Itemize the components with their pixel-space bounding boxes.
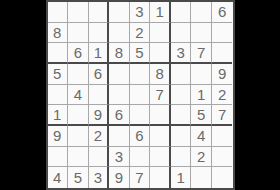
cell-r6c9[interactable]: 7 [212,105,233,126]
cell-r2c8[interactable] [191,23,212,44]
cell-r1c3[interactable] [89,2,110,23]
cell-r3c9[interactable] [212,43,233,64]
cell-r6c8[interactable]: 5 [191,105,212,126]
cell-r9c2[interactable]: 5 [68,167,89,188]
cell-r1c2[interactable] [68,2,89,23]
cell-r4c3[interactable]: 6 [89,64,110,85]
cell-r6c5[interactable] [130,105,151,126]
cell-r1c5[interactable]: 3 [130,2,151,23]
given-digit: 1 [94,45,102,60]
cell-r8c7[interactable] [171,147,192,168]
cell-r5c1[interactable] [48,85,69,106]
cell-r1c6[interactable]: 1 [150,2,171,23]
cell-r8c4[interactable]: 3 [109,147,130,168]
given-digit: 5 [74,170,82,185]
cell-r2c1[interactable]: 8 [48,23,69,44]
cell-r2c7[interactable] [171,23,192,44]
cell-r7c6[interactable] [150,126,171,147]
given-digit: 6 [74,45,82,60]
given-digit: 9 [115,170,123,185]
cell-r8c5[interactable] [130,147,151,168]
given-digit: 8 [115,45,123,60]
cell-r8c2[interactable] [68,147,89,168]
given-digit: 1 [155,4,163,19]
cell-r8c1[interactable] [48,147,69,168]
cell-r7c2[interactable] [68,126,89,147]
cell-r4c7[interactable] [171,64,192,85]
cell-r1c4[interactable] [109,2,130,23]
given-digit: 2 [218,87,226,102]
cell-r3c7[interactable]: 3 [171,43,192,64]
cell-r5c8[interactable]: 1 [191,85,212,106]
cell-r8c6[interactable] [150,147,171,168]
cell-r2c3[interactable] [89,23,110,44]
given-digit: 3 [135,4,143,19]
cell-r5c9[interactable]: 2 [212,85,233,106]
cell-r4c6[interactable]: 8 [150,64,171,85]
given-digit: 8 [53,25,61,40]
cell-r4c2[interactable] [68,64,89,85]
cell-r4c1[interactable]: 5 [48,64,69,85]
cell-r5c2[interactable]: 4 [68,85,89,106]
cell-r5c6[interactable]: 7 [150,85,171,106]
given-digit: 2 [197,149,205,164]
cell-r7c1[interactable]: 9 [48,126,69,147]
cell-r6c6[interactable] [150,105,171,126]
cell-r3c3[interactable]: 1 [89,43,110,64]
cell-r2c4[interactable] [109,23,130,44]
cell-r7c5[interactable]: 6 [130,126,151,147]
given-digit: 7 [155,87,163,102]
given-digit: 3 [94,170,102,185]
cell-r9c7[interactable]: 1 [171,167,192,188]
cell-r4c4[interactable] [109,64,130,85]
given-digit: 9 [53,128,61,143]
cell-r9c1[interactable]: 4 [48,167,69,188]
cell-r1c9[interactable]: 6 [212,2,233,23]
given-digit: 5 [135,45,143,60]
cell-r2c6[interactable] [150,23,171,44]
cell-r8c8[interactable]: 2 [191,147,212,168]
cell-r9c3[interactable]: 3 [89,167,110,188]
cell-r1c8[interactable] [191,2,212,23]
given-digit: 1 [197,87,205,102]
cell-r9c8[interactable] [191,167,212,188]
cell-r5c3[interactable] [89,85,110,106]
given-digit: 7 [197,45,205,60]
cell-r8c3[interactable] [89,147,110,168]
cell-r3c4[interactable]: 8 [109,43,130,64]
given-digit: 4 [197,128,205,143]
cell-r4c9[interactable]: 9 [212,64,233,85]
cell-r3c1[interactable] [48,43,69,64]
sudoku-board: 316826185375689471219657926432453971 [46,0,235,190]
cell-r6c4[interactable]: 6 [109,105,130,126]
cell-r1c1[interactable] [48,2,69,23]
given-digit: 2 [135,25,143,40]
cell-r9c5[interactable]: 7 [130,167,151,188]
given-digit: 6 [94,66,102,81]
cell-r5c4[interactable] [109,85,130,106]
given-digit: 3 [176,45,184,60]
cell-r5c7[interactable] [171,85,192,106]
cell-r3c8[interactable]: 7 [191,43,212,64]
given-digit: 1 [176,170,184,185]
given-digit: 4 [74,87,82,102]
given-digit: 6 [115,107,123,122]
cell-r5c5[interactable] [130,85,151,106]
cell-r9c4[interactable]: 9 [109,167,130,188]
cell-r2c5[interactable]: 2 [130,23,151,44]
given-digit: 4 [53,170,61,185]
given-digit: 9 [94,107,102,122]
cell-r3c2[interactable]: 6 [68,43,89,64]
cell-r7c7[interactable] [171,126,192,147]
cell-r4c8[interactable] [191,64,212,85]
cell-r2c2[interactable] [68,23,89,44]
cell-r7c9[interactable] [212,126,233,147]
given-digit: 5 [197,107,205,122]
cell-r6c7[interactable] [171,105,192,126]
given-digit: 6 [135,128,143,143]
given-digit: 9 [218,66,226,81]
given-digit: 3 [115,149,123,164]
cell-r7c3[interactable]: 2 [89,126,110,147]
cell-r7c8[interactable]: 4 [191,126,212,147]
cell-r6c2[interactable] [68,105,89,126]
given-digit: 2 [94,128,102,143]
cell-r4c5[interactable] [130,64,151,85]
given-digit: 1 [53,107,61,122]
given-digit: 7 [135,170,143,185]
given-digit: 7 [218,107,226,122]
cell-r9c9[interactable] [212,167,233,188]
cell-r8c9[interactable] [212,147,233,168]
cell-r9c6[interactable] [150,167,171,188]
cell-r6c1[interactable]: 1 [48,105,69,126]
cell-r1c7[interactable] [171,2,192,23]
cell-r3c6[interactable] [150,43,171,64]
cell-r6c3[interactable]: 9 [89,105,110,126]
cell-r7c4[interactable] [109,126,130,147]
cell-r3c5[interactable]: 5 [130,43,151,64]
given-digit: 5 [53,66,61,81]
given-digit: 8 [155,66,163,81]
cell-r2c9[interactable] [212,23,233,44]
given-digit: 6 [218,4,226,19]
